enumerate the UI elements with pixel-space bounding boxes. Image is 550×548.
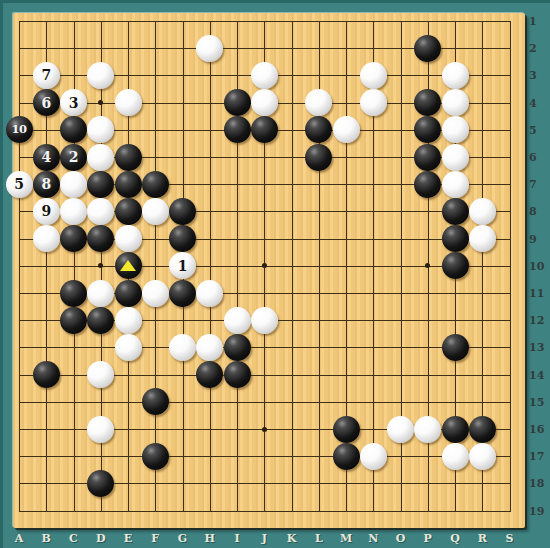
row-label-18: 18: [529, 478, 544, 489]
white-stone-E9[interactable]: [115, 225, 142, 252]
white-stone-F8[interactable]: [142, 198, 169, 225]
black-stone-M17[interactable]: [333, 443, 360, 470]
column-label-H: H: [205, 533, 215, 544]
go-board[interactable]: 76310425891: [13, 13, 525, 528]
white-stone-O16[interactable]: [387, 416, 414, 443]
go-diagram-page: 76310425891 ABCDEFGHIJKLMNOPQRS 12345678…: [0, 0, 550, 548]
row-label-13: 13: [529, 342, 544, 353]
white-stone-G13[interactable]: [169, 334, 196, 361]
row-label-10: 10: [529, 260, 544, 271]
column-label-D: D: [96, 533, 106, 544]
black-stone-C9[interactable]: [60, 225, 87, 252]
black-stone-F15[interactable]: [142, 388, 169, 415]
black-stone-I4[interactable]: [224, 89, 251, 116]
row-label-14: 14: [529, 369, 544, 380]
star-point: [262, 427, 267, 432]
move-number-4: 4: [41, 150, 51, 164]
white-stone-C7[interactable]: [60, 171, 87, 198]
black-stone-P7[interactable]: [414, 171, 441, 198]
white-stone-P16[interactable]: [414, 416, 441, 443]
column-label-I: I: [234, 533, 239, 544]
move-number-1: 1: [178, 259, 188, 273]
white-stone-E12[interactable]: [115, 307, 142, 334]
black-stone-B6[interactable]: 4: [33, 144, 60, 171]
column-label-R: R: [478, 533, 487, 544]
white-stone-Q6[interactable]: [442, 144, 469, 171]
white-stone-A7[interactable]: 5: [6, 171, 33, 198]
row-label-2: 2: [529, 43, 537, 54]
black-stone-G11[interactable]: [169, 280, 196, 307]
white-stone-J3[interactable]: [251, 62, 278, 89]
black-stone-M16[interactable]: [333, 416, 360, 443]
white-stone-J12[interactable]: [251, 307, 278, 334]
white-stone-D8[interactable]: [87, 198, 114, 225]
row-label-5: 5: [529, 124, 537, 135]
move-number-2: 2: [69, 150, 79, 164]
black-stone-B7[interactable]: 8: [33, 171, 60, 198]
black-stone-P2[interactable]: [414, 35, 441, 62]
black-stone-A5[interactable]: 10: [6, 116, 33, 143]
row-label-17: 17: [529, 451, 544, 462]
row-label-12: 12: [529, 315, 544, 326]
black-stone-I14[interactable]: [224, 361, 251, 388]
move-number-6: 6: [41, 96, 51, 110]
column-label-B: B: [42, 533, 51, 544]
column-label-E: E: [124, 533, 132, 544]
row-label-4: 4: [529, 97, 537, 108]
black-stone-Q8[interactable]: [442, 198, 469, 225]
column-label-F: F: [151, 533, 159, 544]
row-label-19: 19: [529, 505, 544, 516]
black-stone-Q10[interactable]: [442, 252, 469, 279]
row-label-7: 7: [529, 179, 537, 190]
white-stone-N17[interactable]: [360, 443, 387, 470]
column-label-Q: Q: [450, 533, 460, 544]
column-label-O: O: [396, 533, 406, 544]
white-stone-B9[interactable]: [33, 225, 60, 252]
black-stone-P6[interactable]: [414, 144, 441, 171]
black-stone-G9[interactable]: [169, 225, 196, 252]
column-label-L: L: [315, 533, 323, 544]
white-stone-D6[interactable]: [87, 144, 114, 171]
white-stone-N4[interactable]: [360, 89, 387, 116]
white-stone-Q17[interactable]: [442, 443, 469, 470]
black-stone-E10[interactable]: [115, 252, 142, 279]
white-stone-D11[interactable]: [87, 280, 114, 307]
black-stone-C6[interactable]: 2: [60, 144, 87, 171]
black-stone-E7[interactable]: [115, 171, 142, 198]
column-label-N: N: [368, 533, 378, 544]
move-number-7: 7: [41, 68, 51, 82]
white-stone-H13[interactable]: [196, 334, 223, 361]
white-stone-B3[interactable]: 7: [33, 62, 60, 89]
black-stone-B4[interactable]: 6: [33, 89, 60, 116]
white-stone-H2[interactable]: [196, 35, 223, 62]
row-label-1: 1: [529, 16, 537, 27]
black-stone-R16[interactable]: [469, 416, 496, 443]
move-number-3: 3: [69, 96, 79, 110]
row-label-16: 16: [529, 424, 544, 435]
white-stone-Q3[interactable]: [442, 62, 469, 89]
black-stone-B14[interactable]: [33, 361, 60, 388]
white-stone-C8[interactable]: [60, 198, 87, 225]
white-stone-M5[interactable]: [333, 116, 360, 143]
black-stone-I5[interactable]: [224, 116, 251, 143]
black-stone-Q9[interactable]: [442, 225, 469, 252]
column-label-G: G: [178, 533, 187, 544]
white-stone-D3[interactable]: [87, 62, 114, 89]
white-stone-R9[interactable]: [469, 225, 496, 252]
column-label-M: M: [340, 533, 352, 544]
white-stone-I12[interactable]: [224, 307, 251, 334]
row-label-6: 6: [529, 152, 537, 163]
move-number-10: 10: [11, 124, 26, 136]
black-stone-F17[interactable]: [142, 443, 169, 470]
black-stone-I13[interactable]: [224, 334, 251, 361]
column-label-A: A: [15, 533, 24, 544]
black-stone-Q13[interactable]: [442, 334, 469, 361]
row-label-11: 11: [529, 288, 544, 299]
black-stone-E11[interactable]: [115, 280, 142, 307]
column-label-K: K: [287, 533, 297, 544]
column-label-P: P: [424, 533, 432, 544]
white-stone-E4[interactable]: [115, 89, 142, 116]
black-stone-D7[interactable]: [87, 171, 114, 198]
row-label-3: 3: [529, 70, 537, 81]
row-label-9: 9: [529, 233, 537, 244]
white-stone-N3[interactable]: [360, 62, 387, 89]
black-stone-G8[interactable]: [169, 198, 196, 225]
white-stone-Q4[interactable]: [442, 89, 469, 116]
row-label-8: 8: [529, 206, 537, 217]
move-number-5: 5: [14, 177, 24, 191]
column-label-J: J: [262, 533, 267, 544]
row-label-15: 15: [529, 396, 544, 407]
white-stone-Q5[interactable]: [442, 116, 469, 143]
black-stone-E8[interactable]: [115, 198, 142, 225]
move-number-9: 9: [41, 204, 51, 218]
black-stone-D12[interactable]: [87, 307, 114, 334]
white-stone-B8[interactable]: 9: [33, 198, 60, 225]
column-label-S: S: [506, 533, 514, 544]
white-stone-C4[interactable]: 3: [60, 89, 87, 116]
black-stone-C11[interactable]: [60, 280, 87, 307]
white-stone-F11[interactable]: [142, 280, 169, 307]
white-stone-R8[interactable]: [469, 198, 496, 225]
black-stone-D18[interactable]: [87, 470, 114, 497]
white-stone-H11[interactable]: [196, 280, 223, 307]
black-stone-Q16[interactable]: [442, 416, 469, 443]
white-stone-D16[interactable]: [87, 416, 114, 443]
black-stone-L6[interactable]: [305, 144, 332, 171]
white-stone-J4[interactable]: [251, 89, 278, 116]
column-label-C: C: [69, 533, 78, 544]
black-stone-J5[interactable]: [251, 116, 278, 143]
black-stone-C12[interactable]: [60, 307, 87, 334]
white-stone-Q7[interactable]: [442, 171, 469, 198]
black-stone-E6[interactable]: [115, 144, 142, 171]
white-stone-E13[interactable]: [115, 334, 142, 361]
black-stone-F7[interactable]: [142, 171, 169, 198]
triangle-marker: [120, 260, 136, 271]
move-number-8: 8: [41, 177, 51, 191]
white-stone-R17[interactable]: [469, 443, 496, 470]
